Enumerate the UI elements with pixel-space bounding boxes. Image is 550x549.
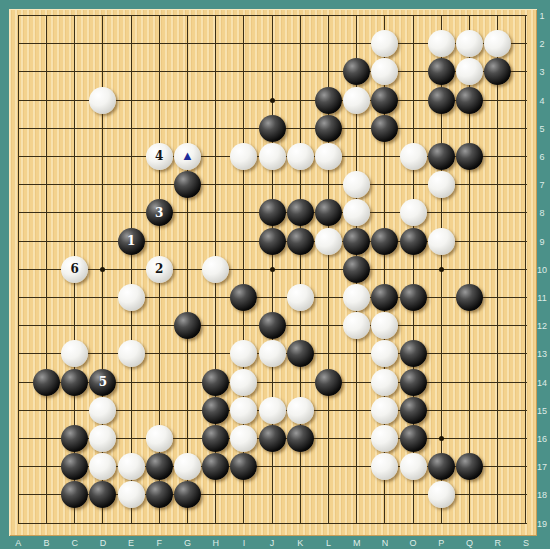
stone-white-I16[interactable] (230, 425, 257, 452)
stone-black-H16[interactable] (202, 425, 229, 452)
stone-black-Q4[interactable] (456, 87, 483, 114)
stone-black-F17[interactable] (146, 453, 173, 480)
stone-white-Q3[interactable] (456, 58, 483, 85)
stone-black-O9[interactable] (400, 228, 427, 255)
stone-black-M3[interactable] (343, 58, 370, 85)
stone-black-N4[interactable] (371, 87, 398, 114)
stone-white-P7[interactable] (428, 171, 455, 198)
star-point (439, 436, 444, 441)
stone-black-Q6[interactable] (456, 143, 483, 170)
stone-white-N2[interactable] (371, 30, 398, 57)
row-label-13: 13 (535, 349, 549, 359)
stone-black-L5[interactable] (315, 115, 342, 142)
stone-white-K11[interactable] (287, 284, 314, 311)
stone-white-M4[interactable] (343, 87, 370, 114)
col-label-K: K (292, 538, 308, 548)
stone-white-N15[interactable] (371, 397, 398, 424)
row-label-15: 15 (535, 406, 549, 416)
stone-black-H15[interactable] (202, 397, 229, 424)
col-label-I: I (236, 538, 252, 548)
col-label-M: M (349, 538, 365, 548)
stone-black-O16[interactable] (400, 425, 427, 452)
stone-black-L8[interactable] (315, 199, 342, 226)
stone-white-J6[interactable] (259, 143, 286, 170)
stone-black-C18[interactable] (61, 481, 88, 508)
move-number-label: 3 (155, 207, 163, 219)
col-label-Q: Q (462, 538, 478, 548)
stone-white-E17[interactable] (118, 453, 145, 480)
grid-line-vertical (46, 15, 47, 524)
grid-line-vertical (18, 15, 19, 524)
stone-white-O8[interactable] (400, 199, 427, 226)
grid-line-vertical (131, 15, 132, 524)
stone-black-D18[interactable] (89, 481, 116, 508)
stone-white-C13[interactable] (61, 340, 88, 367)
stone-white-D16[interactable] (89, 425, 116, 452)
col-label-F: F (151, 538, 167, 548)
stone-white-E18[interactable] (118, 481, 145, 508)
col-label-O: O (405, 538, 421, 548)
stone-black-R3[interactable] (484, 58, 511, 85)
row-label-3: 3 (535, 67, 549, 77)
row-label-8: 8 (535, 208, 549, 218)
stone-black-B14[interactable] (33, 369, 60, 396)
stone-black-Q17[interactable] (456, 453, 483, 480)
stone-white-G17[interactable] (174, 453, 201, 480)
go-diagram: 4▲31625 ABCDEFGHIJKLMNOPQRS 123456789101… (0, 0, 550, 549)
stone-white-F10[interactable]: 2 (146, 256, 173, 283)
move-number-label: 5 (99, 376, 107, 388)
grid-line-vertical (525, 15, 526, 524)
move-number-label: 1 (127, 235, 135, 247)
move-number-label: 4 (155, 150, 163, 162)
col-label-B: B (39, 538, 55, 548)
stone-black-P3[interactable] (428, 58, 455, 85)
stone-white-K15[interactable] (287, 397, 314, 424)
stone-black-M10[interactable] (343, 256, 370, 283)
stone-white-O6[interactable] (400, 143, 427, 170)
stone-black-G12[interactable] (174, 312, 201, 339)
stone-white-E13[interactable] (118, 340, 145, 367)
stone-white-P9[interactable] (428, 228, 455, 255)
move-number-label: 2 (155, 263, 163, 275)
stone-black-I11[interactable] (230, 284, 257, 311)
stone-white-E11[interactable] (118, 284, 145, 311)
stone-white-J15[interactable] (259, 397, 286, 424)
grid-line-horizontal (18, 523, 527, 524)
stone-black-G18[interactable] (174, 481, 201, 508)
row-label-11: 11 (535, 293, 549, 303)
stone-white-M8[interactable] (343, 199, 370, 226)
stone-white-P18[interactable] (428, 481, 455, 508)
stone-white-D15[interactable] (89, 397, 116, 424)
stone-black-H17[interactable] (202, 453, 229, 480)
row-label-4: 4 (535, 96, 549, 106)
star-point (439, 267, 444, 272)
triangle-marker-icon: ▲ (181, 149, 194, 162)
stone-black-O13[interactable] (400, 340, 427, 367)
stone-black-E9[interactable]: 1 (118, 228, 145, 255)
stone-white-I15[interactable] (230, 397, 257, 424)
stone-white-O17[interactable] (400, 453, 427, 480)
stone-black-L14[interactable] (315, 369, 342, 396)
stone-white-N16[interactable] (371, 425, 398, 452)
row-label-10: 10 (535, 265, 549, 275)
stone-white-I6[interactable] (230, 143, 257, 170)
row-label-12: 12 (535, 321, 549, 331)
stone-white-L6[interactable] (315, 143, 342, 170)
stone-white-D4[interactable] (89, 87, 116, 114)
stone-black-J9[interactable] (259, 228, 286, 255)
stone-black-J12[interactable] (259, 312, 286, 339)
stone-black-C14[interactable] (61, 369, 88, 396)
stone-black-F8[interactable]: 3 (146, 199, 173, 226)
stone-black-N5[interactable] (371, 115, 398, 142)
stone-black-K9[interactable] (287, 228, 314, 255)
row-label-2: 2 (535, 39, 549, 49)
star-point (270, 98, 275, 103)
row-label-7: 7 (535, 180, 549, 190)
col-label-P: P (433, 538, 449, 548)
stone-black-Q11[interactable] (456, 284, 483, 311)
stone-black-C17[interactable] (61, 453, 88, 480)
col-label-H: H (208, 538, 224, 548)
stone-white-M11[interactable] (343, 284, 370, 311)
stone-white-N12[interactable] (371, 312, 398, 339)
col-label-L: L (321, 538, 337, 548)
stone-black-J5[interactable] (259, 115, 286, 142)
row-label-18: 18 (535, 490, 549, 500)
star-point (100, 267, 105, 272)
col-label-A: A (10, 538, 26, 548)
stone-white-M12[interactable] (343, 312, 370, 339)
stone-white-F16[interactable] (146, 425, 173, 452)
stone-white-N17[interactable] (371, 453, 398, 480)
grid-line-vertical (497, 15, 498, 524)
star-point (270, 267, 275, 272)
stone-black-J16[interactable] (259, 425, 286, 452)
stone-white-L9[interactable] (315, 228, 342, 255)
stone-black-K8[interactable] (287, 199, 314, 226)
stone-black-K16[interactable] (287, 425, 314, 452)
stone-white-I14[interactable] (230, 369, 257, 396)
col-label-D: D (95, 538, 111, 548)
row-label-17: 17 (535, 462, 549, 472)
stone-black-D14[interactable]: 5 (89, 369, 116, 396)
stone-white-R2[interactable] (484, 30, 511, 57)
row-label-19: 19 (535, 519, 549, 529)
stone-white-P2[interactable] (428, 30, 455, 57)
stone-white-C10[interactable]: 6 (61, 256, 88, 283)
stone-black-F18[interactable] (146, 481, 173, 508)
stone-black-P4[interactable] (428, 87, 455, 114)
stone-white-N14[interactable] (371, 369, 398, 396)
stone-black-O15[interactable] (400, 397, 427, 424)
stone-black-P6[interactable] (428, 143, 455, 170)
stone-white-N13[interactable] (371, 340, 398, 367)
stone-black-L4[interactable] (315, 87, 342, 114)
stone-black-M9[interactable] (343, 228, 370, 255)
stone-black-C16[interactable] (61, 425, 88, 452)
row-label-9: 9 (535, 237, 549, 247)
stone-white-G6[interactable]: ▲ (174, 143, 201, 170)
stone-black-P17[interactable] (428, 453, 455, 480)
stone-white-K6[interactable] (287, 143, 314, 170)
stone-white-D17[interactable] (89, 453, 116, 480)
stone-black-G7[interactable] (174, 171, 201, 198)
stone-black-J8[interactable] (259, 199, 286, 226)
grid-line-vertical (187, 15, 188, 524)
stone-white-J13[interactable] (259, 340, 286, 367)
row-label-14: 14 (535, 378, 549, 388)
row-label-16: 16 (535, 434, 549, 444)
move-number-label: 6 (71, 263, 79, 275)
col-label-G: G (180, 538, 196, 548)
stone-white-N3[interactable] (371, 58, 398, 85)
stone-white-M7[interactable] (343, 171, 370, 198)
col-label-N: N (377, 538, 393, 548)
row-label-5: 5 (535, 124, 549, 134)
stone-black-N9[interactable] (371, 228, 398, 255)
grid-line-horizontal (18, 15, 527, 16)
stone-black-O14[interactable] (400, 369, 427, 396)
col-label-C: C (67, 538, 83, 548)
grid-line-horizontal (18, 297, 527, 298)
col-label-S: S (518, 538, 534, 548)
stone-white-F6[interactable]: 4 (146, 143, 173, 170)
col-label-E: E (123, 538, 139, 548)
col-label-J: J (264, 538, 280, 548)
go-board[interactable]: 4▲31625 (9, 9, 537, 536)
stone-white-Q2[interactable] (456, 30, 483, 57)
row-label-1: 1 (535, 11, 549, 21)
stone-white-H10[interactable] (202, 256, 229, 283)
stone-black-N11[interactable] (371, 284, 398, 311)
stone-black-I17[interactable] (230, 453, 257, 480)
stone-white-I13[interactable] (230, 340, 257, 367)
row-label-6: 6 (535, 152, 549, 162)
stone-black-H14[interactable] (202, 369, 229, 396)
stone-black-K13[interactable] (287, 340, 314, 367)
stone-black-O11[interactable] (400, 284, 427, 311)
col-label-R: R (490, 538, 506, 548)
